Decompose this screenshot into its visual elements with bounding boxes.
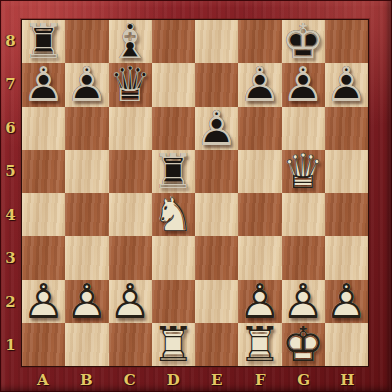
square-e3[interactable] [195,236,238,279]
piece-white-pawn-a2[interactable]: ♟♙ [22,280,65,323]
square-a5[interactable] [22,150,65,193]
square-c7[interactable]: ♛♕ [109,63,152,106]
square-b1[interactable] [65,323,108,366]
white-queen-detail-lines: ♕ [282,150,325,193]
square-f7[interactable]: ♟♙ [238,63,281,106]
square-a2[interactable]: ♟♙ [22,280,65,323]
square-c6[interactable] [109,107,152,150]
black-pawn-detail-lines: ♙ [325,63,368,106]
chess-board: ♜♖♝♗♚♔♟♙♟♙♛♕♟♙♟♙♟♙♟♙♜♖♛♕♞♘♟♙♟♙♟♙♟♙♟♙♟♙♜♖… [21,19,369,367]
white-rook-detail-lines: ♖ [238,323,281,366]
square-e8[interactable] [195,20,238,63]
square-f5[interactable] [238,150,281,193]
square-a6[interactable] [22,107,65,150]
piece-white-rook-f1[interactable]: ♜♖ [238,323,281,366]
black-pawn-detail-lines: ♙ [238,63,281,106]
black-pawn-detail-lines: ♙ [65,63,108,106]
square-a7[interactable]: ♟♙ [22,63,65,106]
square-b2[interactable]: ♟♙ [65,280,108,323]
square-g4[interactable] [282,193,325,236]
square-d8[interactable] [152,20,195,63]
rank-labels: 87654321 [0,19,21,367]
square-f1[interactable]: ♜♖ [238,323,281,366]
white-pawn-detail-lines: ♙ [22,280,65,323]
square-g7[interactable]: ♟♙ [282,63,325,106]
file-label-e: E [195,367,239,392]
black-pawn-detail-lines: ♙ [22,63,65,106]
rank-label-5: 5 [0,150,21,194]
square-h2[interactable]: ♟♙ [325,280,368,323]
rank-label-2: 2 [0,280,21,324]
square-h5[interactable] [325,150,368,193]
square-b7[interactable]: ♟♙ [65,63,108,106]
white-king-detail-lines: ♔ [282,323,325,366]
piece-white-rook-d1[interactable]: ♜♖ [152,323,195,366]
piece-black-pawn-f7[interactable]: ♟♙ [238,63,281,106]
square-e5[interactable] [195,150,238,193]
square-h6[interactable] [325,107,368,150]
piece-black-pawn-b7[interactable]: ♟♙ [65,63,108,106]
square-a1[interactable] [22,323,65,366]
black-pawn-detail-lines: ♙ [195,107,238,150]
black-pawn-detail-lines: ♙ [282,63,325,106]
file-label-h: H [326,367,370,392]
square-e1[interactable] [195,323,238,366]
white-pawn-detail-lines: ♙ [325,280,368,323]
square-d3[interactable] [152,236,195,279]
black-queen-detail-lines: ♕ [109,63,152,106]
chess-board-frame: 87654321 ABCDEFGH ♜♖♝♗♚♔♟♙♟♙♛♕♟♙♟♙♟♙♟♙♜♖… [0,0,392,392]
square-c1[interactable] [109,323,152,366]
square-g5[interactable]: ♛♕ [282,150,325,193]
square-f4[interactable] [238,193,281,236]
piece-white-pawn-h2[interactable]: ♟♙ [325,280,368,323]
rank-label-7: 7 [0,63,21,107]
file-label-b: B [65,367,109,392]
piece-white-pawn-b2[interactable]: ♟♙ [65,280,108,323]
square-a4[interactable] [22,193,65,236]
piece-white-king-g1[interactable]: ♚♔ [282,323,325,366]
rank-label-8: 8 [0,19,21,63]
white-knight-detail-lines: ♘ [152,193,195,236]
square-h7[interactable]: ♟♙ [325,63,368,106]
rank-label-4: 4 [0,193,21,237]
square-e6[interactable]: ♟♙ [195,107,238,150]
file-label-a: A [21,367,65,392]
piece-black-pawn-g7[interactable]: ♟♙ [282,63,325,106]
square-h1[interactable] [325,323,368,366]
square-b5[interactable] [65,150,108,193]
piece-white-knight-d4[interactable]: ♞♘ [152,193,195,236]
square-c5[interactable] [109,150,152,193]
piece-white-queen-g5[interactable]: ♛♕ [282,150,325,193]
rank-label-6: 6 [0,106,21,150]
square-d1[interactable]: ♜♖ [152,323,195,366]
square-g1[interactable]: ♚♔ [282,323,325,366]
file-label-c: C [108,367,152,392]
piece-black-queen-c7[interactable]: ♛♕ [109,63,152,106]
square-d7[interactable] [152,63,195,106]
square-e2[interactable] [195,280,238,323]
square-f6[interactable] [238,107,281,150]
square-h4[interactable] [325,193,368,236]
square-c2[interactable]: ♟♙ [109,280,152,323]
piece-black-pawn-h7[interactable]: ♟♙ [325,63,368,106]
white-pawn-detail-lines: ♙ [65,280,108,323]
square-b6[interactable] [65,107,108,150]
white-pawn-detail-lines: ♙ [109,280,152,323]
square-b4[interactable] [65,193,108,236]
piece-black-pawn-a7[interactable]: ♟♙ [22,63,65,106]
rank-label-1: 1 [0,324,21,368]
white-rook-detail-lines: ♖ [152,323,195,366]
rank-label-3: 3 [0,237,21,281]
piece-black-pawn-e6[interactable]: ♟♙ [195,107,238,150]
square-c4[interactable] [109,193,152,236]
square-d4[interactable]: ♞♘ [152,193,195,236]
piece-white-pawn-c2[interactable]: ♟♙ [109,280,152,323]
square-e4[interactable] [195,193,238,236]
